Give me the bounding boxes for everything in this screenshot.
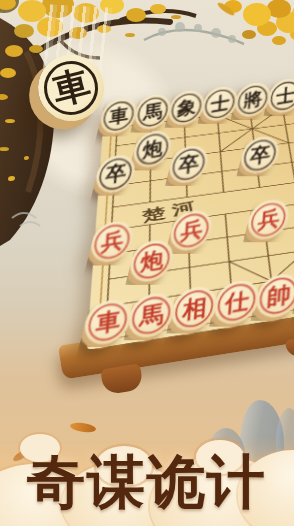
- pieces-layer: 車馬象士將士象馬車炮炮卒卒卒卒卒兵兵兵兵兵炮炮車馬相仕帥仕相馬車: [87, 87, 294, 350]
- piece-glyph: 卒: [177, 150, 199, 180]
- game-splash-screen: 楚河 漢界 車馬象士將士象馬車炮炮卒卒卒卒卒兵兵兵兵兵炮炮車馬相仕帥仕相馬車 車…: [0, 0, 294, 526]
- piece-glyph: 卒: [249, 140, 271, 169]
- piece-red-相[interactable]: 相: [167, 287, 221, 331]
- piece-glyph: 車: [108, 102, 129, 130]
- piece-red-兵[interactable]: 兵: [166, 211, 216, 251]
- piece-black-炮[interactable]: 炮: [130, 131, 175, 167]
- piece-red-仕[interactable]: 仕: [210, 281, 264, 324]
- piece-glyph: 將: [242, 86, 263, 113]
- piece-black-士[interactable]: 士: [198, 87, 240, 121]
- piece-black-卒[interactable]: 卒: [237, 137, 282, 173]
- piece-glyph: 兵: [179, 214, 203, 246]
- piece-black-將[interactable]: 將: [232, 83, 274, 117]
- piece-glyph: 炮: [139, 244, 164, 277]
- piece-red-兵[interactable]: 兵: [244, 200, 293, 239]
- piece-glyph: 兵: [100, 225, 125, 257]
- piece-glyph: 士: [275, 82, 294, 109]
- piece-red-馬[interactable]: 馬: [124, 293, 179, 337]
- piece-glyph: 炮: [141, 135, 163, 164]
- piece-glyph: 士: [209, 90, 230, 117]
- piece-glyph: 馬: [142, 98, 163, 126]
- piece-glyph: 卒: [104, 159, 127, 189]
- decor-piece-glyph: 車: [47, 59, 95, 116]
- piece-black-卒[interactable]: 卒: [166, 146, 212, 183]
- piece-red-兵[interactable]: 兵: [87, 221, 138, 261]
- piece-red-車[interactable]: 車: [80, 300, 135, 344]
- piece-black-馬[interactable]: 馬: [131, 95, 174, 129]
- piece-glyph: 兵: [256, 204, 280, 236]
- piece-glyph: 仕: [223, 285, 249, 320]
- piece-glyph: 象: [176, 94, 197, 121]
- banner-title: 奇谋诡计: [0, 454, 294, 512]
- piece-glyph: 車: [94, 304, 121, 339]
- piece-glyph: 相: [181, 291, 207, 326]
- board-surface[interactable]: 楚河 漢界 車馬象士將士象馬車炮炮卒卒卒卒卒兵兵兵兵兵炮炮車馬相仕帥仕相馬車: [87, 87, 294, 350]
- piece-red-炮[interactable]: 炮: [126, 240, 178, 281]
- piece-black-象[interactable]: 象: [165, 91, 208, 125]
- piece-glyph: 馬: [138, 298, 165, 333]
- piece-glyph: 帥: [265, 279, 291, 313]
